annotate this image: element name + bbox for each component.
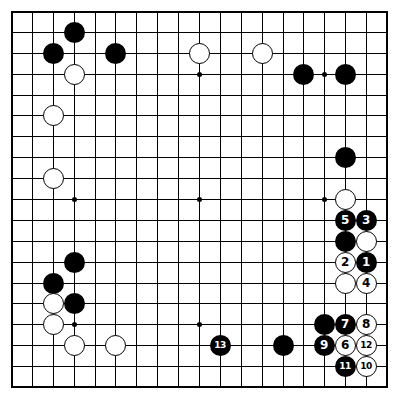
go-diagram: 53214781396121110 xyxy=(0,0,400,400)
black-stone: 7 xyxy=(335,314,356,335)
star-point xyxy=(322,72,327,77)
grid-line xyxy=(11,366,388,367)
black-stone: 5 xyxy=(335,210,356,231)
black-stone xyxy=(335,231,356,252)
grid-line xyxy=(262,11,263,388)
black-stone: 13 xyxy=(210,335,231,356)
move-number: 12 xyxy=(360,340,372,349)
white-stone: 10 xyxy=(356,356,377,377)
white-stone xyxy=(356,231,377,252)
star-point xyxy=(322,197,327,202)
black-stone: 9 xyxy=(314,335,335,356)
grid-line xyxy=(11,241,388,242)
move-number: 2 xyxy=(341,256,349,268)
star-point xyxy=(197,72,202,77)
black-stone xyxy=(43,43,64,64)
white-stone: 6 xyxy=(335,335,356,356)
move-number: 4 xyxy=(362,277,370,289)
grid-line xyxy=(11,283,388,284)
grid-line xyxy=(386,11,388,388)
white-stone xyxy=(335,273,356,294)
white-stone: 8 xyxy=(356,314,377,335)
star-point xyxy=(197,322,202,327)
move-number: 11 xyxy=(339,361,351,370)
move-number: 10 xyxy=(360,361,372,370)
white-stone xyxy=(43,314,64,335)
black-stone xyxy=(335,147,356,168)
white-stone: 12 xyxy=(356,335,377,356)
black-stone xyxy=(314,314,335,335)
star-point xyxy=(197,197,202,202)
white-stone xyxy=(43,105,64,126)
white-stone xyxy=(43,168,64,189)
black-stone xyxy=(64,252,85,273)
white-stone xyxy=(105,335,126,356)
move-number: 13 xyxy=(214,340,226,349)
move-number: 7 xyxy=(341,318,349,330)
move-number: 9 xyxy=(320,339,328,351)
move-number: 8 xyxy=(362,318,370,330)
grid-line xyxy=(11,386,388,388)
white-stone xyxy=(252,43,273,64)
black-stone xyxy=(43,273,64,294)
white-stone xyxy=(43,293,64,314)
white-stone xyxy=(189,43,210,64)
white-stone xyxy=(335,189,356,210)
white-stone xyxy=(64,335,85,356)
move-number: 6 xyxy=(341,339,349,351)
black-stone xyxy=(64,293,85,314)
black-stone xyxy=(293,64,314,85)
move-number: 3 xyxy=(362,214,370,226)
black-stone: 3 xyxy=(356,210,377,231)
move-number: 1 xyxy=(362,256,370,268)
black-stone: 11 xyxy=(335,356,356,377)
move-number: 5 xyxy=(341,214,349,226)
grid-line xyxy=(241,11,242,388)
black-stone: 1 xyxy=(356,252,377,273)
grid-line xyxy=(220,11,221,388)
go-board: 53214781396121110 xyxy=(11,11,388,388)
black-stone xyxy=(273,335,294,356)
grid-line xyxy=(283,11,284,388)
grid-line xyxy=(11,220,388,221)
black-stone xyxy=(335,64,356,85)
black-stone xyxy=(64,22,85,43)
star-point xyxy=(72,322,77,327)
black-stone xyxy=(105,43,126,64)
white-stone xyxy=(64,64,85,85)
white-stone: 4 xyxy=(356,273,377,294)
star-point xyxy=(72,197,77,202)
white-stone: 2 xyxy=(335,252,356,273)
